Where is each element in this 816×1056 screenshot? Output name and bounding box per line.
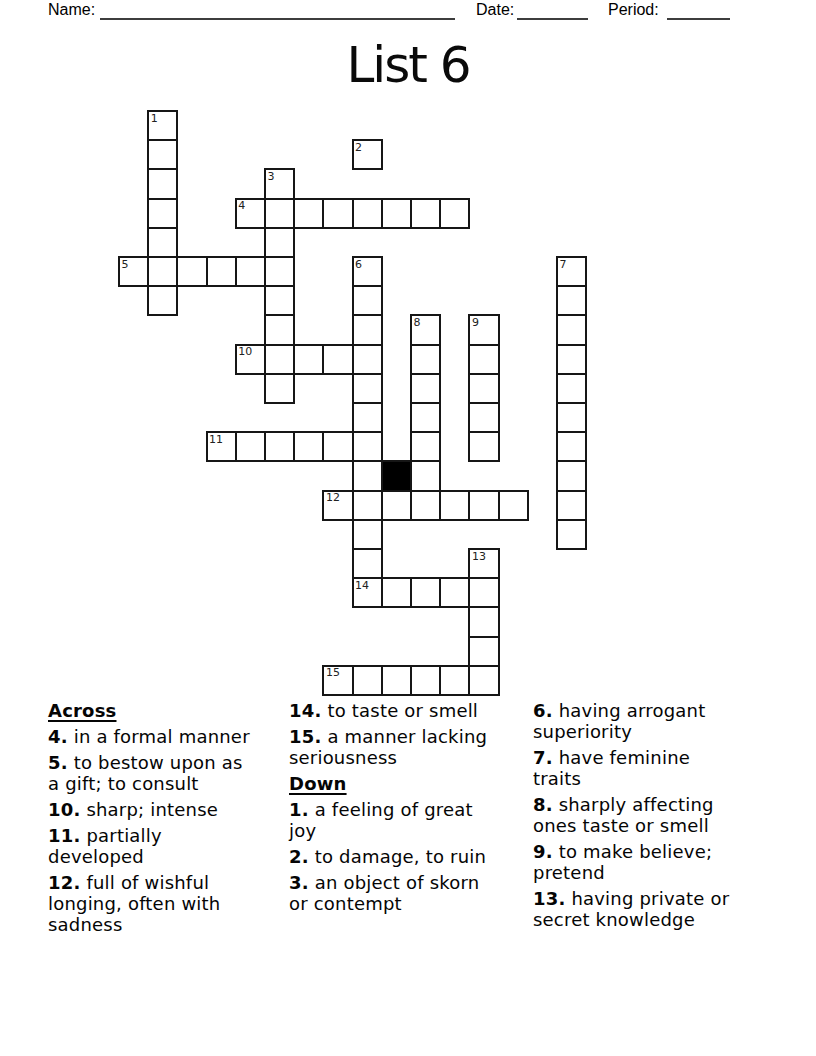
clue-number: 3. bbox=[289, 872, 309, 893]
clue-text: a feeling of great joy bbox=[289, 799, 473, 841]
clue-text: to make believe; pretend bbox=[533, 841, 712, 883]
grid-cell[interactable] bbox=[498, 490, 529, 521]
clue-14: 14. to taste or smell bbox=[289, 700, 527, 721]
grid-cell[interactable] bbox=[410, 344, 441, 375]
grid-cell[interactable] bbox=[147, 227, 178, 258]
clue-column-1: Across4. in a formal manner5. to bestow … bbox=[48, 700, 286, 940]
cell-number-5: 5 bbox=[122, 259, 129, 270]
clue-number: 15. bbox=[289, 726, 322, 747]
clue-number: 2. bbox=[289, 846, 309, 867]
grid-cell[interactable] bbox=[322, 344, 353, 375]
grid-cell[interactable] bbox=[293, 344, 324, 375]
grid-cell[interactable] bbox=[556, 314, 587, 345]
clue-text: having arrogant superiority bbox=[533, 700, 705, 742]
grid-cell[interactable] bbox=[352, 198, 383, 229]
grid-cell[interactable] bbox=[352, 548, 383, 579]
grid-cell[interactable] bbox=[235, 431, 266, 462]
grid-cell[interactable] bbox=[381, 490, 412, 521]
grid-cell[interactable] bbox=[293, 431, 324, 462]
grid-cell[interactable] bbox=[206, 256, 237, 287]
clue-number: 7. bbox=[533, 747, 553, 768]
grid-cell[interactable] bbox=[322, 431, 353, 462]
grid-cell[interactable] bbox=[352, 285, 383, 316]
grid-cell[interactable] bbox=[352, 519, 383, 550]
cell-number-15: 15 bbox=[326, 667, 340, 678]
clue-number: 13. bbox=[533, 888, 566, 909]
grid-cell[interactable] bbox=[556, 490, 587, 521]
clue-2: 2. to damage, to ruin bbox=[289, 846, 527, 867]
clue-text: an object of skorn or contempt bbox=[289, 872, 479, 914]
grid-cell[interactable] bbox=[381, 577, 412, 608]
clue-11: 11. partially developed bbox=[48, 825, 286, 867]
grid-cell[interactable] bbox=[352, 314, 383, 345]
grid-cell[interactable] bbox=[147, 256, 178, 287]
grid-cell[interactable] bbox=[410, 665, 441, 696]
grid-cell[interactable] bbox=[468, 577, 499, 608]
grid-cell[interactable] bbox=[352, 402, 383, 433]
grid-cell[interactable] bbox=[410, 460, 441, 491]
clue-15: 15. a manner lacking seriousness bbox=[289, 726, 527, 768]
grid-cell[interactable] bbox=[556, 431, 587, 462]
grid-cell[interactable] bbox=[264, 198, 295, 229]
cell-number-2: 2 bbox=[355, 142, 362, 153]
clue-text: sharply affecting ones taste or smell bbox=[533, 794, 714, 836]
clue-number: 4. bbox=[48, 726, 68, 747]
clue-8: 8. sharply affecting ones taste or smell bbox=[533, 794, 771, 836]
cell-number-8: 8 bbox=[414, 317, 421, 328]
clue-9: 9. to make believe; pretend bbox=[533, 841, 771, 883]
down-heading: Down bbox=[289, 773, 527, 794]
clue-7: 7. have feminine traits bbox=[533, 747, 771, 789]
grid-cell[interactable] bbox=[556, 519, 587, 550]
clue-text: have feminine traits bbox=[533, 747, 690, 789]
grid-cell[interactable] bbox=[147, 285, 178, 316]
cell-number-12: 12 bbox=[326, 492, 340, 503]
grid-cell[interactable] bbox=[352, 431, 383, 462]
grid-cell[interactable] bbox=[468, 490, 499, 521]
cell-number-4: 4 bbox=[238, 200, 245, 211]
grid-cell[interactable] bbox=[556, 344, 587, 375]
grid-cell[interactable] bbox=[468, 606, 499, 637]
worksheet-page: Name: Date: Period: List 6 1234567891011… bbox=[0, 0, 816, 1056]
grid-cell[interactable] bbox=[410, 402, 441, 433]
clue-text: in a formal manner bbox=[68, 726, 250, 747]
grid-cell[interactable] bbox=[264, 285, 295, 316]
clue-text: to bestow upon as a gift; to consult bbox=[48, 752, 243, 794]
grid-cell[interactable] bbox=[468, 402, 499, 433]
grid-cell[interactable] bbox=[352, 460, 383, 491]
cell-number-11: 11 bbox=[209, 434, 223, 445]
clue-6: 6. having arrogant superiority bbox=[533, 700, 771, 742]
grid-cell[interactable] bbox=[264, 431, 295, 462]
grid-cell[interactable] bbox=[381, 665, 412, 696]
grid-cell[interactable] bbox=[264, 256, 295, 287]
grid-cell[interactable] bbox=[381, 198, 412, 229]
grid-cell[interactable] bbox=[235, 256, 266, 287]
grid-cell[interactable] bbox=[410, 577, 441, 608]
crossword-board: 123456789101112131415 bbox=[0, 0, 816, 716]
grid-cell[interactable] bbox=[352, 344, 383, 375]
clue-number: 14. bbox=[289, 700, 322, 721]
grid-cell[interactable] bbox=[147, 198, 178, 229]
grid-cell[interactable] bbox=[352, 665, 383, 696]
cell-number-7: 7 bbox=[560, 259, 567, 270]
clue-text: sharp; intense bbox=[81, 799, 219, 820]
cell-number-10: 10 bbox=[238, 346, 252, 357]
clue-10: 10. sharp; intense bbox=[48, 799, 286, 820]
grid-cell[interactable] bbox=[410, 373, 441, 404]
clue-number: 12. bbox=[48, 872, 81, 893]
cell-number-6: 6 bbox=[355, 259, 362, 270]
clue-text: to taste or smell bbox=[322, 700, 479, 721]
grid-cell[interactable] bbox=[439, 577, 470, 608]
clue-number: 5. bbox=[48, 752, 68, 773]
grid-cell[interactable] bbox=[468, 665, 499, 696]
grid-cell[interactable] bbox=[293, 198, 324, 229]
clue-column-2: 14. to taste or smell15. a manner lackin… bbox=[289, 700, 527, 919]
grid-cell[interactable] bbox=[556, 402, 587, 433]
clue-4: 4. in a formal manner bbox=[48, 726, 286, 747]
black-cell bbox=[381, 460, 412, 491]
grid-cell[interactable] bbox=[147, 139, 178, 170]
grid-cell[interactable] bbox=[556, 460, 587, 491]
clue-1: 1. a feeling of great joy bbox=[289, 799, 527, 841]
cell-number-13: 13 bbox=[472, 551, 486, 562]
cell-number-9: 9 bbox=[472, 317, 479, 328]
clue-number: 1. bbox=[289, 799, 309, 820]
grid-cell[interactable] bbox=[352, 373, 383, 404]
grid-cell[interactable] bbox=[264, 344, 295, 375]
grid-cell[interactable] bbox=[352, 490, 383, 521]
grid-cell[interactable] bbox=[439, 198, 470, 229]
clue-12: 12. full of wishful longing, often with … bbox=[48, 872, 286, 935]
clue-column-3: 6. having arrogant superiority7. have fe… bbox=[533, 700, 771, 935]
grid-cell[interactable] bbox=[439, 665, 470, 696]
across-heading: Across bbox=[48, 700, 286, 721]
clue-number: 11. bbox=[48, 825, 81, 846]
grid-cell[interactable] bbox=[176, 256, 207, 287]
grid-cell[interactable] bbox=[468, 431, 499, 462]
clue-5: 5. to bestow upon as a gift; to consult bbox=[48, 752, 286, 794]
clue-3: 3. an object of skorn or contempt bbox=[289, 872, 527, 914]
cell-number-1: 1 bbox=[151, 113, 158, 124]
cell-number-3: 3 bbox=[268, 171, 275, 182]
clue-number: 6. bbox=[533, 700, 553, 721]
grid-cell[interactable] bbox=[264, 227, 295, 258]
grid-cell[interactable] bbox=[264, 314, 295, 345]
clue-text: to damage, to ruin bbox=[309, 846, 486, 867]
clue-number: 9. bbox=[533, 841, 553, 862]
grid-cell[interactable] bbox=[468, 373, 499, 404]
grid-cell[interactable] bbox=[410, 431, 441, 462]
grid-cell[interactable] bbox=[410, 198, 441, 229]
grid-cell[interactable] bbox=[468, 344, 499, 375]
grid-cell[interactable] bbox=[556, 373, 587, 404]
clue-13: 13. having private or secret knowledge bbox=[533, 888, 771, 930]
grid-cell[interactable] bbox=[439, 490, 470, 521]
clue-number: 10. bbox=[48, 799, 81, 820]
grid-cell[interactable] bbox=[264, 373, 295, 404]
grid-cell[interactable] bbox=[322, 198, 353, 229]
cell-number-14: 14 bbox=[355, 580, 369, 591]
grid-cell[interactable] bbox=[556, 285, 587, 316]
grid-cell[interactable] bbox=[468, 636, 499, 667]
grid-cell[interactable] bbox=[147, 168, 178, 199]
clue-number: 8. bbox=[533, 794, 553, 815]
grid-cell[interactable] bbox=[410, 490, 441, 521]
